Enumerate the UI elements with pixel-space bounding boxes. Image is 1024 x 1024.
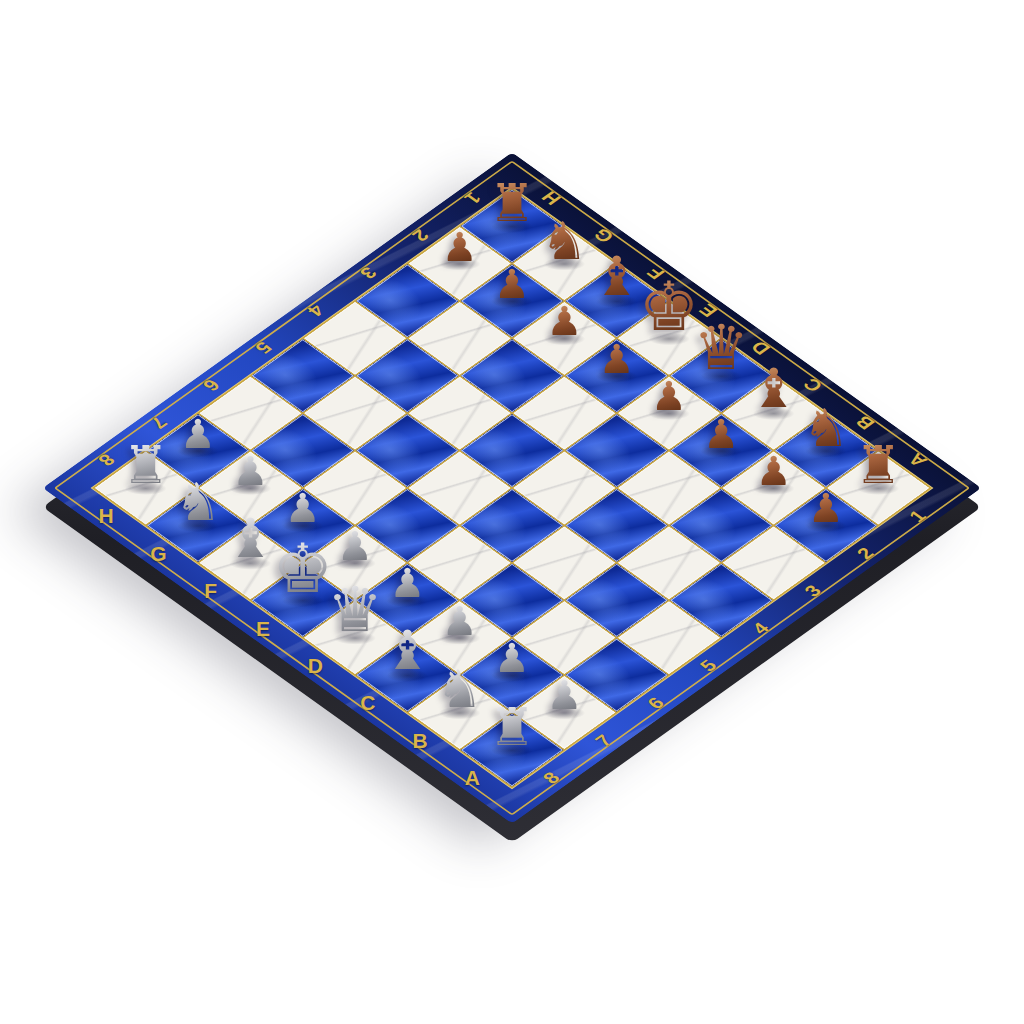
- file-label-upper-right-a: A: [903, 449, 933, 470]
- rank-label-upper-left-7: 7: [145, 413, 172, 432]
- piece-black-bishop-f8[interactable]: ♝: [226, 512, 274, 566]
- rank-label-upper-left-3: 3: [354, 263, 381, 282]
- rank-label-upper-left-8: 8: [93, 450, 120, 469]
- piece-black-rook-h8[interactable]: ♜: [122, 439, 169, 491]
- piece-black-pawn-h7[interactable]: ♟: [180, 414, 216, 454]
- piece-black-pawn-g7[interactable]: ♟: [232, 451, 268, 491]
- piece-white-queen-d1[interactable]: ♛: [694, 317, 750, 379]
- piece-black-bishop-c8[interactable]: ♝: [383, 624, 431, 678]
- piece-black-queen-d8[interactable]: ♛: [327, 579, 383, 641]
- file-label-lower-left-d: D: [308, 654, 323, 678]
- rank-label-lower-right-7: 7: [590, 731, 617, 750]
- rank-label-upper-left-4: 4: [302, 300, 329, 319]
- piece-white-rook-a1[interactable]: ♜: [855, 439, 902, 491]
- rank-label-lower-right-1: 1: [904, 507, 931, 526]
- piece-black-pawn-a7[interactable]: ♟: [546, 675, 582, 715]
- piece-black-knight-b8[interactable]: ♞: [436, 663, 483, 715]
- piece-white-pawn-g2[interactable]: ♟: [494, 264, 530, 304]
- file-label-lower-left-h: H: [99, 504, 114, 528]
- chess-board: ♜♞♝♚♛♝♞♜♟♟♟♟♟♟♟♟♟♟♟♟♟♟♟♟♜♞♝♚♛♝♞♜ HH11GG2…: [42, 152, 981, 823]
- piece-white-rook-h1[interactable]: ♜: [489, 177, 536, 229]
- piece-black-pawn-b7[interactable]: ♟: [494, 638, 530, 678]
- piece-white-knight-g1[interactable]: ♞: [541, 214, 588, 266]
- piece-white-pawn-f2[interactable]: ♟: [546, 301, 582, 341]
- rank-label-upper-left-6: 6: [197, 375, 224, 394]
- rank-label-lower-right-4: 4: [747, 619, 774, 638]
- piece-black-king-e8[interactable]: ♚: [272, 535, 333, 603]
- piece-black-rook-a8[interactable]: ♜: [489, 701, 536, 753]
- piece-white-pawn-c2[interactable]: ♟: [703, 414, 739, 454]
- file-label-lower-left-g: G: [150, 542, 166, 566]
- chess-set-photo-scene: ♜♞♝♚♛♝♞♜♟♟♟♟♟♟♟♟♟♟♟♟♟♟♟♟♜♞♝♚♛♝♞♜ HH11GG2…: [0, 0, 1024, 1024]
- file-label-lower-left-b: B: [412, 729, 427, 753]
- piece-white-knight-b1[interactable]: ♞: [803, 402, 850, 454]
- rank-label-lower-right-2: 2: [852, 544, 879, 563]
- rank-label-lower-right-3: 3: [800, 581, 827, 600]
- piece-white-pawn-h2[interactable]: ♟: [442, 226, 478, 266]
- piece-black-pawn-c7[interactable]: ♟: [442, 601, 478, 641]
- piece-white-pawn-a2[interactable]: ♟: [808, 488, 844, 528]
- piece-black-pawn-d7[interactable]: ♟: [389, 563, 425, 603]
- rank-label-upper-left-5: 5: [250, 338, 277, 357]
- piece-black-pawn-e7[interactable]: ♟: [337, 526, 373, 566]
- file-label-upper-right-g: G: [589, 224, 619, 246]
- piece-white-king-e1[interactable]: ♚: [638, 273, 699, 341]
- file-label-upper-right-b: B: [851, 412, 881, 433]
- piece-white-pawn-d2[interactable]: ♟: [651, 376, 687, 416]
- file-label-lower-left-a: A: [465, 766, 480, 790]
- piece-black-pawn-f7[interactable]: ♟: [285, 488, 321, 528]
- file-label-upper-right-h: H: [537, 187, 567, 208]
- file-label-lower-left-f: F: [204, 579, 217, 603]
- board-playing-field: ♜♞♝♚♛♝♞♜♟♟♟♟♟♟♟♟♟♟♟♟♟♟♟♟♜♞♝♚♛♝♞♜: [92, 188, 932, 789]
- piece-white-bishop-c1[interactable]: ♝: [749, 362, 797, 416]
- rank-label-lower-right-5: 5: [695, 656, 722, 675]
- rank-label-upper-left-2: 2: [407, 226, 434, 245]
- piece-white-pawn-b2[interactable]: ♟: [756, 451, 792, 491]
- piece-black-knight-g8[interactable]: ♞: [175, 476, 222, 528]
- file-label-upper-right-d: D: [746, 337, 776, 358]
- rank-label-upper-left-1: 1: [459, 188, 486, 207]
- file-label-upper-right-c: C: [798, 374, 828, 395]
- rank-label-lower-right-6: 6: [643, 694, 670, 713]
- file-label-lower-left-e: E: [256, 617, 270, 641]
- chess-board-wrap: ♜♞♝♚♛♝♞♜♟♟♟♟♟♟♟♟♟♟♟♟♟♟♟♟♜♞♝♚♛♝♞♜ HH11GG2…: [180, 156, 844, 820]
- rank-label-lower-right-8: 8: [538, 769, 565, 788]
- piece-white-bishop-f1[interactable]: ♝: [592, 250, 640, 304]
- piece-white-pawn-e2[interactable]: ♟: [599, 339, 635, 379]
- file-label-lower-left-c: C: [360, 691, 375, 715]
